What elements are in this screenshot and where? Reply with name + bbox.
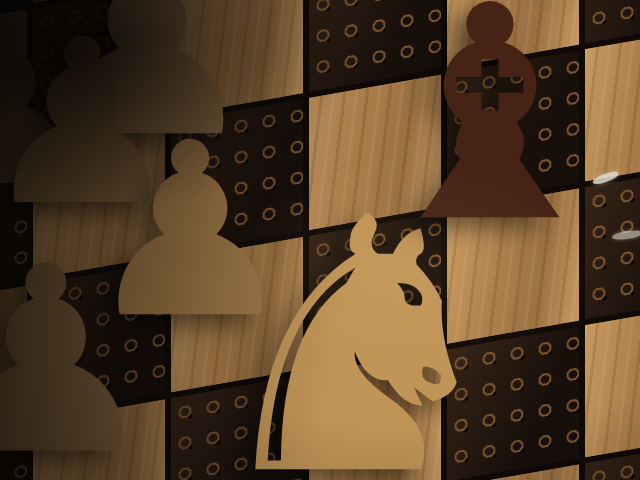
pieces-layer: ♟♟♟♟♟♞♝ [0,0,640,480]
black-bishop-e7: ♝ [357,0,622,263]
white-pawn-a5: ♟ [0,232,162,480]
chessboard-photo: ♟♟♟♟♟♞♝ [0,0,640,480]
black-bishop-e7-glyph: ♝ [357,0,622,263]
white-pawn-a5-glyph: ♟ [0,232,162,480]
